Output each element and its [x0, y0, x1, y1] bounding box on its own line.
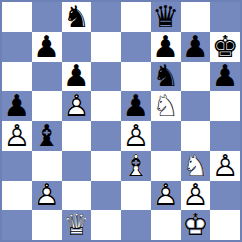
square-b2[interactable]: ♟♙ — [32, 181, 62, 211]
square-h5[interactable] — [210, 91, 240, 121]
square-c8[interactable]: ♞ — [62, 2, 92, 32]
square-h7[interactable]: ♚ — [210, 32, 240, 62]
square-a4[interactable]: ♟♙ — [2, 121, 32, 151]
square-d6[interactable] — [91, 62, 121, 92]
square-e6[interactable] — [121, 62, 151, 92]
square-d5[interactable] — [91, 91, 121, 121]
square-g6[interactable] — [181, 62, 211, 92]
square-e7[interactable] — [121, 32, 151, 62]
square-c5[interactable]: ♟♙ — [62, 91, 92, 121]
square-h8[interactable] — [210, 2, 240, 32]
square-e1[interactable] — [121, 210, 151, 240]
square-c3[interactable] — [62, 151, 92, 181]
white-piece-outline: ♘ — [151, 91, 181, 121]
white-piece-outline: ♙ — [32, 181, 62, 211]
white-piece-outline: ♗ — [121, 151, 151, 181]
square-a5[interactable]: ♟ — [2, 91, 32, 121]
white-piece-outline: ♙ — [210, 151, 240, 181]
white-bishop-piece[interactable]: ♝♗ — [121, 151, 151, 181]
white-knight-piece[interactable]: ♞♘ — [151, 91, 181, 121]
black-bishop-piece[interactable]: ♝ — [32, 121, 62, 151]
black-king-piece[interactable]: ♚ — [210, 32, 240, 62]
square-a7[interactable] — [2, 32, 32, 62]
square-c2[interactable] — [62, 181, 92, 211]
square-f8[interactable]: ♛ — [151, 2, 181, 32]
white-king-piece[interactable]: ♚♔ — [181, 210, 211, 240]
square-g8[interactable] — [181, 2, 211, 32]
black-knight-piece[interactable]: ♞ — [151, 62, 181, 92]
square-d8[interactable] — [91, 2, 121, 32]
white-pawn-piece[interactable]: ♟♙ — [121, 121, 151, 151]
square-d7[interactable] — [91, 32, 121, 62]
black-pawn-piece[interactable]: ♟ — [121, 91, 151, 121]
square-d2[interactable] — [91, 181, 121, 211]
square-c4[interactable] — [62, 121, 92, 151]
square-d4[interactable] — [91, 121, 121, 151]
white-piece-outline: ♔ — [181, 210, 211, 240]
square-e4[interactable]: ♟♙ — [121, 121, 151, 151]
square-f3[interactable] — [151, 151, 181, 181]
square-f5[interactable]: ♞♘ — [151, 91, 181, 121]
square-g5[interactable] — [181, 91, 211, 121]
white-pawn-piece[interactable]: ♟♙ — [2, 121, 32, 151]
square-e2[interactable] — [121, 181, 151, 211]
black-queen-piece[interactable]: ♛ — [151, 2, 181, 32]
white-piece-outline: ♙ — [62, 91, 92, 121]
white-pawn-piece[interactable]: ♟♙ — [210, 151, 240, 181]
square-f6[interactable]: ♞ — [151, 62, 181, 92]
black-pawn-piece[interactable]: ♟ — [2, 91, 32, 121]
chess-board-wrapper: ♞♛♟♟♟♚♟♞♟♟♟♙♟♞♘♟♙♝♟♙♝♗♞♘♟♙♟♙♟♙♟♙♛♕♚♔ — [0, 0, 242, 242]
square-h3[interactable]: ♟♙ — [210, 151, 240, 181]
square-b3[interactable] — [32, 151, 62, 181]
square-g1[interactable]: ♚♔ — [181, 210, 211, 240]
square-h6[interactable]: ♟ — [210, 62, 240, 92]
black-pawn-piece[interactable]: ♟ — [32, 32, 62, 62]
square-f4[interactable] — [151, 121, 181, 151]
white-knight-piece[interactable]: ♞♘ — [181, 151, 211, 181]
square-g2[interactable]: ♟♙ — [181, 181, 211, 211]
square-a8[interactable] — [2, 2, 32, 32]
white-piece-outline: ♙ — [121, 121, 151, 151]
white-queen-piece[interactable]: ♛♕ — [62, 210, 92, 240]
white-pawn-piece[interactable]: ♟♙ — [181, 181, 211, 211]
black-knight-piece[interactable]: ♞ — [62, 2, 92, 32]
square-g7[interactable]: ♟ — [181, 32, 211, 62]
white-piece-outline: ♙ — [151, 181, 181, 211]
white-piece-outline: ♙ — [2, 121, 32, 151]
black-pawn-piece[interactable]: ♟ — [181, 32, 211, 62]
square-c6[interactable]: ♟ — [62, 62, 92, 92]
white-pawn-piece[interactable]: ♟♙ — [32, 181, 62, 211]
square-h2[interactable] — [210, 181, 240, 211]
square-e8[interactable] — [121, 2, 151, 32]
square-h1[interactable] — [210, 210, 240, 240]
chess-board: ♞♛♟♟♟♚♟♞♟♟♟♙♟♞♘♟♙♝♟♙♝♗♞♘♟♙♟♙♟♙♟♙♛♕♚♔ — [0, 0, 242, 242]
square-a3[interactable] — [2, 151, 32, 181]
black-pawn-piece[interactable]: ♟ — [151, 32, 181, 62]
square-b7[interactable]: ♟ — [32, 32, 62, 62]
square-b5[interactable] — [32, 91, 62, 121]
white-piece-outline: ♕ — [62, 210, 92, 240]
square-h4[interactable] — [210, 121, 240, 151]
square-f7[interactable]: ♟ — [151, 32, 181, 62]
white-pawn-piece[interactable]: ♟♙ — [62, 91, 92, 121]
square-e3[interactable]: ♝♗ — [121, 151, 151, 181]
square-f1[interactable] — [151, 210, 181, 240]
square-d3[interactable] — [91, 151, 121, 181]
square-c7[interactable] — [62, 32, 92, 62]
square-b8[interactable] — [32, 2, 62, 32]
square-b4[interactable]: ♝ — [32, 121, 62, 151]
black-pawn-piece[interactable]: ♟ — [210, 62, 240, 92]
square-f2[interactable]: ♟♙ — [151, 181, 181, 211]
white-piece-outline: ♙ — [181, 181, 211, 211]
square-d1[interactable] — [91, 210, 121, 240]
square-c1[interactable]: ♛♕ — [62, 210, 92, 240]
square-a2[interactable] — [2, 181, 32, 211]
square-a6[interactable] — [2, 62, 32, 92]
white-pawn-piece[interactable]: ♟♙ — [151, 181, 181, 211]
square-b1[interactable] — [32, 210, 62, 240]
square-a1[interactable] — [2, 210, 32, 240]
square-g4[interactable] — [181, 121, 211, 151]
black-pawn-piece[interactable]: ♟ — [62, 62, 92, 92]
square-e5[interactable]: ♟ — [121, 91, 151, 121]
white-piece-outline: ♘ — [181, 151, 211, 181]
square-b6[interactable] — [32, 62, 62, 92]
square-g3[interactable]: ♞♘ — [181, 151, 211, 181]
